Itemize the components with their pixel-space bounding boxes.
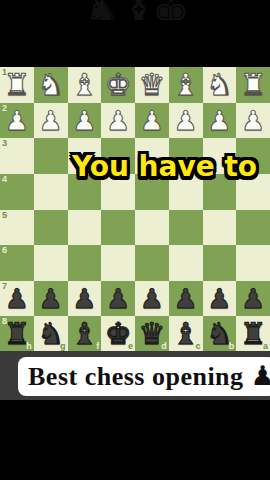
banner-text: Best chess opening [28,362,244,392]
rank-label-5: 5 [2,211,7,220]
square-a8[interactable]: a♜ [236,316,270,352]
black-rook[interactable]: ♜ [236,316,270,352]
white-queen[interactable]: ♛ [135,67,169,103]
black-pawn[interactable]: ♟ [34,281,68,317]
white-pawn[interactable]: ♟ [169,103,203,139]
white-knight[interactable]: ♞ [34,67,68,103]
square-g8[interactable]: g♞ [34,316,68,352]
square-d2[interactable]: ♟ [135,103,169,139]
white-rook[interactable]: ♜ [0,67,34,103]
white-pawn[interactable]: ♟ [236,103,270,139]
square-d6[interactable] [135,245,169,281]
square-b2[interactable]: ♟ [203,103,237,139]
video-frame: ♞♝♚ 1♜♞♝♚♛♝♞♜2♟♟♟♟♟♟♟♟34567♟♟♟♟♟♟♟♟8h♜g♞… [0,0,270,480]
square-a5[interactable] [236,210,270,246]
white-pawn[interactable]: ♟ [135,103,169,139]
square-f8[interactable]: f♝ [68,316,102,352]
square-g7[interactable]: ♟ [34,281,68,317]
black-pawn[interactable]: ♟ [203,281,237,317]
bottom-letterbox [0,400,270,480]
white-king[interactable]: ♚ [101,67,135,103]
square-d5[interactable] [135,210,169,246]
black-pawn[interactable]: ♟ [135,281,169,317]
square-a6[interactable] [236,245,270,281]
white-knight[interactable]: ♞ [203,67,237,103]
white-pawn[interactable]: ♟ [34,103,68,139]
rank-label-4: 4 [2,175,7,184]
square-e6[interactable] [101,245,135,281]
black-pawn[interactable]: ♟ [236,281,270,317]
square-f6[interactable] [68,245,102,281]
black-bishop[interactable]: ♝ [68,316,102,352]
square-e8[interactable]: e♚ [101,316,135,352]
black-rook[interactable]: ♜ [0,316,34,352]
square-e7[interactable]: ♟ [101,281,135,317]
square-h3[interactable]: 3 [0,138,34,174]
square-g3[interactable] [34,138,68,174]
square-f5[interactable] [68,210,102,246]
square-c2[interactable]: ♟ [169,103,203,139]
bottom-banner: Best chess opening ♟ [18,357,270,396]
black-king[interactable]: ♚ [101,316,135,352]
rank-label-3: 3 [2,139,7,148]
square-d7[interactable]: ♟ [135,281,169,317]
rank-label-6: 6 [2,246,7,255]
square-h1[interactable]: 1♜ [0,67,34,103]
square-c1[interactable]: ♝ [169,67,203,103]
chess-board[interactable]: 1♜♞♝♚♛♝♞♜2♟♟♟♟♟♟♟♟34567♟♟♟♟♟♟♟♟8h♜g♞f♝e♚… [0,67,270,352]
square-g5[interactable] [34,210,68,246]
black-pawn[interactable]: ♟ [0,281,34,317]
square-b1[interactable]: ♞ [203,67,237,103]
square-e2[interactable]: ♟ [101,103,135,139]
square-h6[interactable]: 6 [0,245,34,281]
square-b7[interactable]: ♟ [203,281,237,317]
white-bishop[interactable]: ♝ [169,67,203,103]
square-e1[interactable]: ♚ [101,67,135,103]
square-b6[interactable] [203,245,237,281]
square-h8[interactable]: 8h♜ [0,316,34,352]
square-f2[interactable]: ♟ [68,103,102,139]
black-pawn-icon: ♟ [251,362,270,389]
cutoff-piece-icon: ♚ [152,0,190,20]
black-pawn[interactable]: ♟ [169,281,203,317]
white-bishop[interactable]: ♝ [68,67,102,103]
square-c8[interactable]: c♝ [169,316,203,352]
square-f7[interactable]: ♟ [68,281,102,317]
square-h4[interactable]: 4 [0,174,34,210]
square-c7[interactable]: ♟ [169,281,203,317]
square-a1[interactable]: ♜ [236,67,270,103]
square-g2[interactable]: ♟ [34,103,68,139]
square-d1[interactable]: ♛ [135,67,169,103]
square-g1[interactable]: ♞ [34,67,68,103]
square-g4[interactable] [34,174,68,210]
black-knight[interactable]: ♞ [34,316,68,352]
white-rook[interactable]: ♜ [236,67,270,103]
black-bishop[interactable]: ♝ [169,316,203,352]
white-pawn[interactable]: ♟ [68,103,102,139]
black-pawn[interactable]: ♟ [101,281,135,317]
square-h5[interactable]: 5 [0,210,34,246]
white-pawn[interactable]: ♟ [0,103,34,139]
black-pawn[interactable]: ♟ [68,281,102,317]
square-g6[interactable] [34,245,68,281]
square-c5[interactable] [169,210,203,246]
square-e5[interactable] [101,210,135,246]
square-b5[interactable] [203,210,237,246]
top-cutoff-pieces: ♞♝♚ [0,0,270,20]
square-b8[interactable]: b♞ [203,316,237,352]
cutoff-piece-icon: ♞ [84,0,122,20]
square-a2[interactable]: ♟ [236,103,270,139]
white-pawn[interactable]: ♟ [101,103,135,139]
square-h7[interactable]: 7♟ [0,281,34,317]
square-c6[interactable] [169,245,203,281]
overlay-caption: You have to [72,150,257,183]
white-pawn[interactable]: ♟ [203,103,237,139]
square-d8[interactable]: d♛ [135,316,169,352]
black-knight[interactable]: ♞ [203,316,237,352]
black-queen[interactable]: ♛ [135,316,169,352]
square-f1[interactable]: ♝ [68,67,102,103]
square-a7[interactable]: ♟ [236,281,270,317]
square-h2[interactable]: 2♟ [0,103,34,139]
